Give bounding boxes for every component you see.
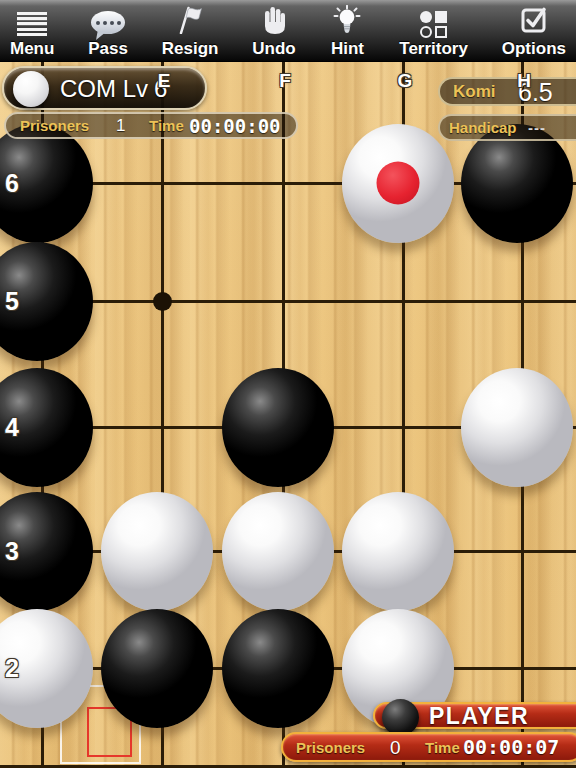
row-label-2: 2 — [5, 654, 19, 683]
stone-white-E3[interactable] — [101, 492, 213, 611]
column-label-H: H — [517, 70, 531, 92]
menu-button-label: Menu — [10, 40, 54, 58]
territory-button[interactable]: Territory — [399, 11, 468, 58]
last-move-marker — [377, 162, 420, 205]
options-button[interactable]: Options — [502, 6, 566, 58]
speech-bubble-icon — [91, 11, 125, 34]
player-prisoners-count: 0 — [390, 734, 401, 761]
handicap-pill: Handicap --- — [438, 114, 576, 141]
stone-white-H4[interactable] — [461, 368, 573, 487]
stone-black-F2[interactable] — [222, 609, 334, 728]
stone-white-G6[interactable] — [342, 124, 454, 243]
stone-white-G3[interactable] — [342, 492, 454, 611]
row-label-4: 4 — [5, 413, 19, 442]
undo-button-label: Undo — [252, 40, 295, 58]
player-clock: 00:00:07 — [463, 734, 559, 761]
opponent-time-label: Time — [149, 114, 184, 138]
flag-icon — [174, 5, 206, 38]
stone-black-E2[interactable] — [101, 609, 213, 728]
player-bar: PLAYER — [373, 702, 576, 729]
menu-icon — [17, 12, 47, 36]
lightbulb-icon — [329, 5, 365, 38]
row-label-3: 3 — [5, 537, 19, 566]
go-app-screen: 65432EFGH COM Lv 6 Prisoners 1 Time 00:0… — [0, 0, 576, 768]
column-label-E: E — [158, 70, 171, 92]
opponent-bar: COM Lv 6 — [2, 66, 207, 110]
black-stone-icon — [382, 699, 419, 736]
column-label-G: G — [398, 70, 413, 92]
hint-button-label: Hint — [331, 40, 364, 58]
resign-button-label: Resign — [162, 40, 219, 58]
komi-label: Komi — [453, 79, 496, 105]
resign-button[interactable]: Resign — [162, 5, 219, 58]
opponent-stats-bar: Prisoners 1 Time 00:00:00 — [4, 112, 298, 139]
undo-button[interactable]: Undo — [252, 5, 295, 58]
opponent-prisoners-label: Prisoners — [20, 114, 89, 138]
hint-button[interactable]: Hint — [329, 5, 365, 58]
hand-icon — [261, 5, 287, 38]
stone-black-H6[interactable] — [461, 124, 573, 243]
territory-button-label: Territory — [399, 40, 468, 58]
menu-button[interactable]: Menu — [10, 12, 54, 58]
stone-white-F3[interactable] — [222, 492, 334, 611]
options-button-label: Options — [502, 40, 566, 58]
toolbar: Menu Pass Resign — [0, 0, 576, 62]
stone-black-F4[interactable] — [222, 368, 334, 487]
opponent-clock: 00:00:00 — [189, 114, 281, 138]
komi-pill: Komi 6.5 — [438, 77, 576, 106]
row-label-5: 5 — [5, 287, 19, 316]
pass-button-label: Pass — [88, 40, 128, 58]
star-point-E5 — [153, 292, 172, 311]
grid-line-row-1 — [0, 765, 576, 768]
row-label-6: 6 — [5, 169, 19, 198]
opponent-prisoners-count: 1 — [116, 114, 125, 138]
territory-shapes-icon — [420, 11, 447, 38]
column-label-F: F — [279, 70, 291, 92]
player-label: PLAYER — [429, 704, 529, 729]
opponent-label: COM Lv — [60, 68, 148, 109]
player-time-label: Time — [425, 734, 460, 761]
white-stone-icon — [13, 71, 49, 107]
checkbox-icon — [520, 6, 548, 38]
player-stats-bar: Prisoners 0 Time 00:00:07 — [281, 732, 576, 762]
handicap-label: Handicap — [449, 116, 517, 140]
pass-button[interactable]: Pass — [88, 11, 128, 58]
handicap-value: --- — [528, 116, 546, 140]
player-prisoners-label: Prisoners — [296, 734, 365, 761]
